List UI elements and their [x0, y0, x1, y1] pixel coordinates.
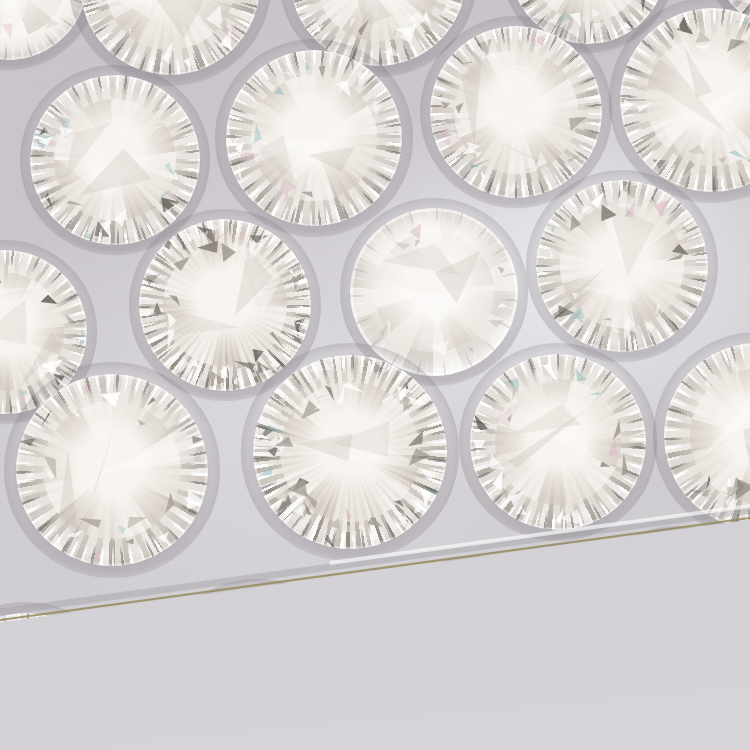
facet-shard: [575, 76, 595, 96]
facet-shard: [170, 198, 178, 206]
facet-wedge: [0, 0, 33, 6]
facet-shard: [687, 144, 706, 163]
facet-shard: [37, 131, 53, 147]
facet-wedge: [0, 285, 44, 361]
facet-shard: [703, 377, 714, 388]
facet-wedge: [347, 0, 410, 23]
facet-shard: [362, 355, 384, 377]
facet-shard: [233, 351, 258, 376]
facet-shard: [65, 200, 85, 220]
facet-shard: [471, 152, 496, 177]
facet-shard: [330, 76, 358, 104]
facet-shard: [513, 505, 529, 521]
facet-shard: [357, 164, 383, 190]
facet-shard: [129, 378, 147, 396]
facet-shard: [237, 140, 262, 165]
facet-shard: [233, 140, 248, 155]
facet-shard: [454, 101, 470, 117]
facet-shard: [80, 0, 101, 5]
tray-pocket: [653, 332, 750, 540]
facet-shard: [542, 361, 566, 385]
facet-shard: [204, 367, 228, 391]
facet-wedge: [700, 385, 750, 468]
facet-shard: [178, 242, 186, 250]
facet-shard: [266, 243, 280, 257]
facet-shard: [341, 379, 366, 404]
facet-shard: [616, 195, 643, 222]
facet-shard: [61, 121, 76, 136]
facet-wedge: [379, 240, 468, 329]
facet-shard: [152, 122, 166, 136]
facet-shard: [283, 493, 309, 519]
facet-shard: [378, 360, 393, 375]
facet-shard: [421, 10, 439, 28]
facet-shard: [335, 505, 352, 522]
facet-shard: [180, 224, 200, 244]
facet-shard: [588, 390, 600, 402]
facet-shard: [162, 292, 184, 314]
facet-shard: [650, 197, 659, 206]
facet-shard: [277, 187, 294, 204]
facet-wedge: [722, 403, 750, 513]
facet-shard: [565, 111, 588, 134]
facet-shard: [173, 405, 199, 431]
facet-shard: [409, 221, 429, 241]
facet-shard: [306, 357, 337, 388]
facet-shard: [292, 412, 304, 424]
facet-shard: [379, 320, 403, 344]
facet-shard: [660, 26, 675, 41]
facet-shard: [477, 169, 488, 180]
facet-shard: [226, 124, 243, 146]
facet-wedge: [739, 402, 750, 502]
facet-shard: [600, 461, 612, 473]
facet-shard: [136, 413, 150, 427]
crystal-diamond: [470, 354, 646, 530]
facet-shard: [477, 35, 499, 57]
facet-shard: [464, 135, 482, 153]
facet-shard: [99, 386, 121, 408]
facet-shard: [22, 467, 34, 479]
facet-wedge: [30, 431, 142, 543]
facet-wedge: [551, 0, 623, 18]
facet-shard: [506, 413, 516, 423]
facet-wedge: [644, 54, 750, 172]
facet-shard: [567, 146, 585, 164]
facet-shard: [158, 192, 180, 214]
crystal-diamond: [16, 374, 208, 566]
facet-wedge: [506, 387, 583, 464]
facet-shard: [223, 20, 247, 44]
crystal-diamond: [253, 355, 447, 549]
facet-shard: [231, 376, 241, 386]
facet-shard: [190, 225, 212, 247]
facet-shard: [38, 294, 58, 314]
tray-pocket: [241, 343, 458, 560]
facet-shard: [231, 136, 241, 146]
facet-shard: [247, 346, 266, 365]
facet-wedge: [192, 237, 278, 323]
facet-shard: [139, 384, 150, 395]
facet-shard: [195, 226, 215, 246]
facet-shard: [95, 0, 107, 7]
facet-shard: [266, 443, 281, 458]
facet-shard: [616, 180, 642, 202]
crystal-diamond: [30, 75, 200, 245]
facet-shard: [284, 331, 295, 342]
facet-shard: [489, 468, 513, 492]
facet-shard: [547, 249, 558, 260]
facet-shard: [406, 447, 433, 474]
facet-shard: [695, 475, 714, 494]
facet-shard: [163, 230, 189, 256]
facet-shard: [37, 193, 59, 215]
facet-shard: [114, 523, 127, 536]
facet-shard: [217, 26, 242, 51]
facet-shard: [493, 404, 518, 429]
facet-shard: [555, 299, 577, 321]
facet-shard: [573, 312, 583, 322]
facet-shard: [37, 364, 51, 378]
facet-shard: [301, 496, 322, 517]
facet-shard: [36, 126, 50, 140]
facet-shard: [629, 0, 643, 2]
facet-shard: [390, 498, 406, 514]
facet-shard: [653, 197, 674, 218]
facet-shard: [82, 229, 93, 240]
facet-shard: [475, 150, 485, 160]
facet-shard: [723, 492, 743, 512]
facet-shard: [460, 145, 479, 164]
facet-shard: [675, 15, 699, 39]
facet-shard: [162, 310, 172, 320]
facet-shard: [27, 358, 49, 380]
facet-shard: [587, 21, 607, 41]
facet-shard: [558, 10, 573, 25]
facet-shard: [172, 251, 195, 274]
facet-shard: [59, 515, 85, 541]
facet-shard: [285, 268, 310, 293]
facet-shard: [257, 428, 275, 446]
facet-shard: [271, 87, 284, 100]
facet-shard: [224, 240, 234, 250]
facet-shard: [335, 50, 362, 76]
facet-shard: [610, 21, 624, 35]
facet-shard: [70, 409, 79, 418]
facet-shard: [440, 98, 450, 108]
facet-shard: [585, 184, 611, 210]
facet-wedge: [334, 417, 426, 509]
facet-shard: [396, 20, 421, 45]
facet-shard: [622, 68, 643, 89]
facet-wedge: [161, 281, 243, 363]
facet-shard: [93, 220, 114, 241]
facet-shard: [256, 426, 279, 449]
facet-shard: [503, 385, 519, 401]
facet-shard: [155, 190, 181, 216]
facet-shard: [241, 120, 267, 146]
facet-shard: [271, 490, 293, 512]
facet-shard: [144, 269, 166, 291]
crystal-diamond: [664, 343, 750, 529]
crystal-diamond: [536, 180, 708, 352]
facet-shard: [299, 57, 314, 72]
facet-shard: [546, 218, 563, 235]
facet-shard: [621, 204, 633, 216]
facet-shard: [158, 186, 182, 210]
crystal-diamond: [430, 26, 602, 198]
facet-shard: [458, 57, 474, 73]
facet-shard: [744, 149, 750, 162]
facet-shard: [269, 331, 288, 350]
facet-shard: [562, 302, 589, 329]
facet-shard: [222, 364, 230, 372]
facet-shard: [725, 36, 749, 60]
facet-shard: [34, 453, 65, 484]
facet-shard: [39, 133, 56, 150]
facet-shard: [274, 433, 297, 456]
facet-shard: [277, 442, 289, 454]
facet-wedge: [0, 275, 64, 366]
facet-shard: [297, 8, 311, 22]
facet-wedge: [393, 247, 472, 326]
facet-shard: [344, 18, 356, 30]
facet-shard: [62, 306, 82, 326]
facet-shard: [634, 96, 657, 119]
facet-shard: [365, 512, 387, 534]
facet-shard: [423, 478, 445, 500]
facet-shard: [209, 231, 238, 260]
facet-shard: [30, 126, 53, 152]
facet-shard: [124, 535, 135, 546]
facet-shard: [398, 511, 416, 529]
facet-shard: [614, 0, 639, 7]
facet-wedge: [354, 0, 446, 6]
facet-shard: [726, 485, 739, 498]
facet-shard: [72, 510, 102, 540]
facet-shard: [275, 174, 297, 196]
facet-shard: [691, 33, 711, 53]
facet-wedge: [49, 120, 141, 212]
crystal-tray-photo: Clear faceted crystal glass diamond ball…: [0, 0, 750, 750]
facet-shard: [337, 79, 353, 95]
facet-shard: [395, 235, 412, 252]
facet-shard: [487, 451, 508, 472]
facet-wedge: [125, 0, 211, 43]
facet-shard: [405, 12, 426, 33]
facet-shard: [41, 358, 59, 376]
facet-shard: [499, 455, 509, 465]
facet-shard: [589, 6, 603, 20]
facet-shard: [298, 487, 321, 510]
facet-shard: [5, 398, 20, 413]
tray-pocket: [215, 39, 412, 236]
facet-shard: [263, 419, 291, 447]
facet-shard: [257, 461, 276, 480]
facet-wedge: [326, 0, 396, 29]
facet-shard: [672, 244, 690, 262]
facet-shard: [236, 82, 260, 106]
facet-shard: [97, 215, 120, 238]
facet-shard: [615, 180, 641, 205]
facet-shard: [288, 266, 299, 277]
facet-shard: [305, 15, 328, 38]
facet-shard: [611, 320, 626, 335]
facet-shard: [392, 395, 411, 414]
crystal-diamond: [226, 50, 402, 226]
facet-shard: [111, 205, 134, 228]
facet-shard: [254, 359, 272, 377]
facet-shard: [620, 97, 636, 119]
facet-shard: [91, 0, 118, 8]
facet-shard: [357, 70, 375, 88]
facet-shard: [269, 395, 279, 405]
facet-shard: [651, 302, 667, 318]
facet-shard: [387, 136, 399, 148]
facet-shard: [394, 16, 414, 36]
facet-wedge: [326, 399, 406, 479]
facet-shard: [405, 499, 421, 515]
facet-shard: [393, 514, 410, 531]
facet-shard: [597, 413, 625, 441]
facet-shard: [142, 393, 157, 408]
facet-shard: [158, 311, 177, 330]
facet-shard: [507, 183, 520, 196]
facet-shard: [67, 288, 76, 297]
facet-shard: [501, 373, 524, 396]
facet-shard: [157, 162, 180, 185]
facet-shard: [315, 63, 331, 79]
facet-shard: [211, 370, 228, 387]
facet-shard: [662, 245, 684, 267]
facet-shard: [496, 302, 507, 313]
facet-shard: [564, 8, 588, 32]
facet-shard: [464, 347, 473, 356]
facet-shard: [404, 425, 426, 447]
facet-shard: [609, 450, 637, 478]
facet-shard: [413, 239, 424, 250]
facet-shard: [267, 430, 293, 456]
facet-wedge: [432, 51, 543, 162]
facet-shard: [127, 104, 141, 118]
facet-shard: [157, 527, 173, 543]
facet-shard: [550, 224, 562, 236]
facet-shard: [41, 466, 56, 481]
facet-wedge: [527, 0, 597, 5]
facet-shard: [122, 508, 154, 540]
facet-shard: [185, 443, 208, 467]
crystal-diamond: [620, 8, 750, 192]
facet-shard: [521, 165, 540, 184]
facet-shard: [44, 189, 64, 209]
facet-shard: [289, 369, 307, 387]
facet-shard: [317, 392, 331, 406]
facet-shard: [428, 333, 454, 359]
facet-shard: [494, 485, 511, 502]
facet-shard: [176, 356, 193, 373]
facet-shard: [559, 509, 579, 529]
facet-wedge: [665, 35, 733, 103]
facet-shard: [746, 49, 750, 59]
facet-shard: [249, 226, 270, 247]
facet-wedge: [646, 46, 732, 132]
facet-shard: [45, 203, 61, 219]
facet-shard: [290, 270, 299, 279]
tray-pocket: [459, 343, 656, 540]
facet-shard: [640, 317, 657, 334]
facet-wedge: [61, 114, 146, 199]
facet-shard: [575, 367, 590, 382]
facet-shard: [571, 492, 585, 506]
facet-shard: [250, 96, 259, 105]
facet-shard: [412, 486, 435, 509]
facet-wedge: [546, 421, 597, 472]
facet-shard: [378, 324, 391, 337]
facet-shard: [722, 478, 735, 491]
facet-shard: [151, 489, 177, 515]
facet-shard: [446, 131, 457, 142]
facet-shard: [602, 316, 613, 327]
facet-shard: [408, 477, 421, 490]
facet-shard: [156, 240, 175, 259]
facet-shard: [430, 110, 447, 131]
facet-shard: [601, 372, 615, 386]
facet-wedge: [222, 249, 287, 314]
facet-shard: [19, 387, 29, 397]
facet-shard: [689, 478, 713, 502]
facet-wedge: [567, 186, 670, 289]
facet-shard: [158, 327, 186, 355]
facet-shard: [285, 63, 304, 82]
facet-shard: [681, 219, 694, 232]
facet-shard: [309, 362, 334, 387]
facet-shard: [149, 301, 164, 316]
facet-shard: [43, 17, 62, 36]
facet-shard: [25, 491, 36, 502]
facet-shard: [424, 25, 447, 48]
facet-shard: [218, 369, 229, 380]
facet-shard: [289, 475, 311, 497]
facet-shard: [395, 386, 411, 402]
facet-shard: [470, 406, 497, 434]
facet-shard: [250, 152, 274, 176]
facet-wedge: [46, 397, 144, 495]
facet-shard: [407, 387, 433, 413]
facet-shard: [267, 393, 294, 420]
facet-shard: [321, 523, 349, 549]
facet-shard: [163, 272, 173, 282]
facet-shard: [718, 155, 728, 165]
facet-shard: [496, 265, 505, 274]
facet-shard: [484, 50, 497, 63]
facet-shard: [279, 385, 303, 409]
facet-shard: [509, 490, 525, 506]
facet-shard: [435, 126, 463, 154]
tray-pocket: [4, 362, 219, 577]
facet-shard: [124, 28, 134, 38]
facet-shard: [732, 363, 747, 378]
facet-shard: [570, 291, 579, 300]
facet-shard: [730, 37, 750, 58]
facet-shard: [243, 235, 267, 259]
facet-wedge: [291, 422, 355, 486]
facet-shard: [703, 483, 726, 506]
facet-shard: [534, 154, 548, 168]
facet-shard: [440, 2, 457, 19]
facet-shard: [332, 509, 361, 538]
facet-shard: [293, 397, 321, 425]
facet-wedge: [427, 233, 498, 304]
